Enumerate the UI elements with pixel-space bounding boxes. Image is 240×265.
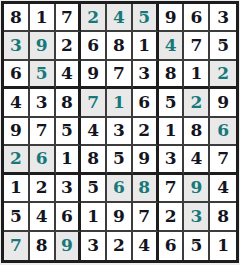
cell-r5c6[interactable]: 2 [133,118,159,146]
cell-r6c2[interactable]: 6 [30,146,56,174]
cell-r2c7[interactable]: 4 [159,32,185,60]
cell-r7c8[interactable]: 9 [184,175,210,203]
cell-r8c1[interactable]: 5 [4,203,30,231]
cell-r5c8[interactable]: 8 [184,118,210,146]
cell-r6c5[interactable]: 5 [107,146,133,174]
cell-r5c4[interactable]: 4 [81,118,107,146]
cell-r8c8[interactable]: 3 [184,203,210,231]
cell-r8c7[interactable]: 2 [159,203,185,231]
cell-r2c8[interactable]: 7 [184,32,210,60]
cell-r3c5[interactable]: 7 [107,61,133,89]
cell-r1c9[interactable]: 3 [210,4,236,32]
cell-r8c3[interactable]: 6 [56,203,82,231]
cell-r9c7[interactable]: 6 [159,232,185,260]
cell-r1c8[interactable]: 6 [184,4,210,32]
cell-r8c5[interactable]: 9 [107,203,133,231]
cell-r4c6[interactable]: 6 [133,89,159,117]
cell-r1c4[interactable]: 2 [81,4,107,32]
cell-r7c7[interactable]: 7 [159,175,185,203]
cell-r4c3[interactable]: 8 [56,89,82,117]
cell-r2c1[interactable]: 3 [4,32,30,60]
cell-r6c7[interactable]: 3 [159,146,185,174]
cell-r9c6[interactable]: 4 [133,232,159,260]
cell-r2c6[interactable]: 1 [133,32,159,60]
cell-r6c6[interactable]: 9 [133,146,159,174]
cell-r2c3[interactable]: 2 [56,32,82,60]
cell-r9c8[interactable]: 5 [184,232,210,260]
cell-r3c9[interactable]: 2 [210,61,236,89]
cell-r4c7[interactable]: 5 [159,89,185,117]
cell-r7c4[interactable]: 5 [81,175,107,203]
cell-r5c1[interactable]: 9 [4,118,30,146]
cell-r8c6[interactable]: 7 [133,203,159,231]
cell-r3c7[interactable]: 8 [159,61,185,89]
cell-r3c6[interactable]: 3 [133,61,159,89]
cell-r7c5[interactable]: 6 [107,175,133,203]
cell-r4c8[interactable]: 2 [184,89,210,117]
cell-r7c9[interactable]: 4 [210,175,236,203]
cell-r1c1[interactable]: 8 [4,4,30,32]
cell-r9c3[interactable]: 9 [56,232,82,260]
cell-r9c2[interactable]: 8 [30,232,56,260]
cell-r6c8[interactable]: 4 [184,146,210,174]
cell-r1c6[interactable]: 5 [133,4,159,32]
cell-r2c9[interactable]: 5 [210,32,236,60]
cell-r6c4[interactable]: 8 [81,146,107,174]
cell-r6c9[interactable]: 7 [210,146,236,174]
cell-r3c4[interactable]: 9 [81,61,107,89]
cell-r1c7[interactable]: 9 [159,4,185,32]
cell-r3c2[interactable]: 5 [30,61,56,89]
cell-r7c6[interactable]: 8 [133,175,159,203]
cell-r5c7[interactable]: 1 [159,118,185,146]
cell-r8c2[interactable]: 4 [30,203,56,231]
cell-r6c3[interactable]: 1 [56,146,82,174]
sudoku-board: 8172459633926814756549738124387165299754… [1,1,239,263]
cell-r4c4[interactable]: 7 [81,89,107,117]
cell-r4c5[interactable]: 1 [107,89,133,117]
cell-r1c2[interactable]: 1 [30,4,56,32]
cell-r1c5[interactable]: 4 [107,4,133,32]
cell-r9c1[interactable]: 7 [4,232,30,260]
cell-r7c1[interactable]: 1 [4,175,30,203]
cell-r7c3[interactable]: 3 [56,175,82,203]
cell-r8c4[interactable]: 1 [81,203,107,231]
cell-r2c4[interactable]: 6 [81,32,107,60]
cell-r5c2[interactable]: 7 [30,118,56,146]
cell-r9c9[interactable]: 1 [210,232,236,260]
cell-r6c1[interactable]: 2 [4,146,30,174]
cell-r3c1[interactable]: 6 [4,61,30,89]
cell-r2c2[interactable]: 9 [30,32,56,60]
cell-r7c2[interactable]: 2 [30,175,56,203]
cell-r4c1[interactable]: 4 [4,89,30,117]
cell-r2c5[interactable]: 8 [107,32,133,60]
cell-r4c9[interactable]: 9 [210,89,236,117]
cell-r5c5[interactable]: 3 [107,118,133,146]
cell-r3c8[interactable]: 1 [184,61,210,89]
cell-r9c4[interactable]: 3 [81,232,107,260]
cell-r5c9[interactable]: 6 [210,118,236,146]
cell-r8c9[interactable]: 8 [210,203,236,231]
cell-r4c2[interactable]: 3 [30,89,56,117]
cell-r5c3[interactable]: 5 [56,118,82,146]
cell-r3c3[interactable]: 4 [56,61,82,89]
cell-r1c3[interactable]: 7 [56,4,82,32]
cell-r9c5[interactable]: 2 [107,232,133,260]
